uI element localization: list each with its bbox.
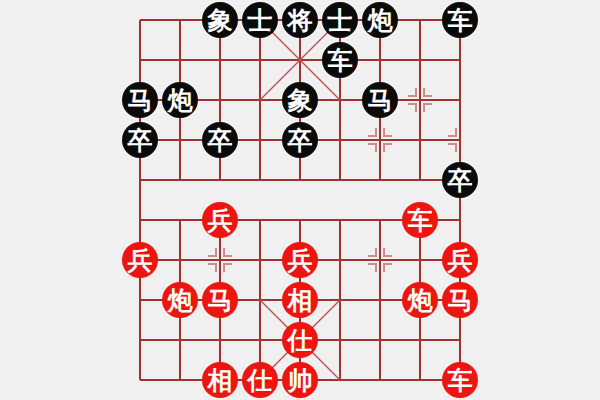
piece-red-chariot[interactable]: 车 — [402, 202, 438, 238]
piece-red-advisor[interactable]: 仕 — [242, 362, 278, 398]
piece-grid: 象士将士炮车车马炮象马卒卒卒卒兵车兵兵兵炮马相炮马仕相仕帅车 — [120, 0, 480, 400]
piece-red-advisor[interactable]: 仕 — [282, 322, 318, 358]
xiangqi-board[interactable]: 象士将士炮车车马炮象马卒卒卒卒兵车兵兵兵炮马相炮马仕相仕帅车 — [0, 0, 600, 400]
piece-red-elephant[interactable]: 相 — [282, 282, 318, 318]
piece-red-soldier[interactable]: 兵 — [282, 242, 318, 278]
piece-red-soldier[interactable]: 兵 — [122, 242, 158, 278]
piece-black-horse[interactable]: 马 — [362, 82, 398, 118]
piece-red-chariot[interactable]: 车 — [442, 362, 478, 398]
piece-red-elephant[interactable]: 相 — [202, 362, 238, 398]
piece-black-soldier[interactable]: 卒 — [202, 122, 238, 158]
piece-black-soldier[interactable]: 卒 — [282, 122, 318, 158]
piece-black-general[interactable]: 将 — [282, 2, 318, 38]
piece-black-elephant[interactable]: 象 — [202, 2, 238, 38]
piece-black-horse[interactable]: 马 — [122, 82, 158, 118]
piece-black-soldier[interactable]: 卒 — [442, 162, 478, 198]
piece-black-cannon[interactable]: 炮 — [162, 82, 198, 118]
piece-red-soldier[interactable]: 兵 — [442, 242, 478, 278]
piece-red-general[interactable]: 帅 — [282, 362, 318, 398]
piece-black-advisor[interactable]: 士 — [322, 2, 358, 38]
piece-red-horse[interactable]: 马 — [442, 282, 478, 318]
piece-red-soldier[interactable]: 兵 — [202, 202, 238, 238]
piece-black-chariot[interactable]: 车 — [322, 42, 358, 78]
piece-black-advisor[interactable]: 士 — [242, 2, 278, 38]
piece-red-cannon[interactable]: 炮 — [402, 282, 438, 318]
piece-black-elephant[interactable]: 象 — [282, 82, 318, 118]
piece-red-cannon[interactable]: 炮 — [162, 282, 198, 318]
piece-red-horse[interactable]: 马 — [202, 282, 238, 318]
piece-black-chariot[interactable]: 车 — [442, 2, 478, 38]
piece-black-soldier[interactable]: 卒 — [122, 122, 158, 158]
piece-black-cannon[interactable]: 炮 — [362, 2, 398, 38]
